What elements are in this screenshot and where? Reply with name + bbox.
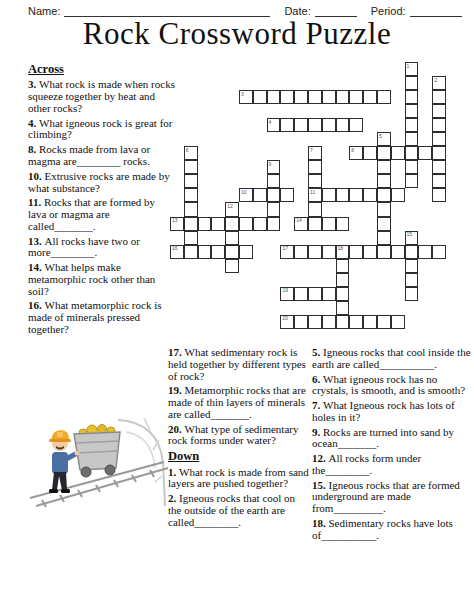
grid-cell-r4c11[interactable]	[322, 118, 336, 132]
grid-cell-r9c19[interactable]	[432, 188, 446, 202]
grid-cell-r16c17[interactable]	[405, 287, 419, 301]
grid-cell-r9c5[interactable]: 10	[239, 188, 253, 202]
grid-cell-r2c7[interactable]	[267, 90, 281, 104]
grid-cell-r13c11[interactable]	[322, 245, 336, 259]
grid-cell-r13c2[interactable]	[198, 245, 212, 259]
grid-cell-r10c15[interactable]	[377, 202, 391, 216]
grid-cell-r7c19[interactable]	[432, 160, 446, 174]
grid-cell-r11c4[interactable]	[225, 217, 239, 231]
grid-cell-r13c14[interactable]	[363, 245, 377, 259]
clue-1: 1. What rock is made from sand layers ar…	[168, 467, 311, 491]
grid-cell-r11c6[interactable]	[253, 217, 267, 231]
grid-cell-r2c8[interactable]	[280, 90, 294, 104]
grid-cell-r2c10[interactable]	[308, 90, 322, 104]
cell-number: 18	[338, 245, 344, 251]
grid-cell-r10c4[interactable]: 12	[225, 202, 239, 216]
grid-cell-r13c9[interactable]	[294, 245, 308, 259]
cell-number: 4	[269, 119, 272, 125]
grid-cell-r2c11[interactable]	[322, 90, 336, 104]
clue-2: 2. Igneous rocks that cool on the outsid…	[168, 493, 311, 528]
grid-cell-r4c12[interactable]	[336, 118, 350, 132]
cell-number: 2	[434, 77, 437, 83]
grid-cell-r16c12[interactable]	[336, 287, 350, 301]
clue-5: 5. Igneous rocks that cool inside the ea…	[312, 347, 472, 371]
grid-cell-r12c17[interactable]: 15	[405, 231, 419, 245]
grid-cell-r13c4[interactable]	[225, 245, 239, 259]
grid-cell-r16c9[interactable]	[294, 287, 308, 301]
clue-8: 8. Rocks made from lava or magma are____…	[28, 144, 176, 168]
clue-19: 19. Metamorphic rocks that are made of t…	[168, 385, 311, 420]
grid-cell-r2c6[interactable]	[253, 90, 267, 104]
grid-cell-r2c14[interactable]	[363, 90, 377, 104]
grid-cell-r12c4[interactable]	[225, 231, 239, 245]
grid-cell-r16c10[interactable]	[308, 287, 322, 301]
grid-cell-r2c19[interactable]	[432, 90, 446, 104]
cell-number: 1	[407, 63, 410, 69]
grid-cell-r15c17[interactable]	[405, 273, 419, 287]
clue-17: 17. What sedimentary rock is held togeth…	[168, 347, 311, 382]
grid-cell-r2c15[interactable]	[377, 90, 391, 104]
cell-number: 6	[186, 147, 189, 153]
grid-cell-r13c17[interactable]	[405, 245, 419, 259]
grid-cell-r9c10[interactable]: 11	[308, 188, 322, 202]
grid-cell-r10c1[interactable]	[184, 202, 198, 216]
grid-cell-r18c13[interactable]	[349, 315, 363, 329]
grid-cell-r5c19[interactable]	[432, 132, 446, 146]
grid-cell-r6c13[interactable]: 8	[349, 146, 363, 160]
cell-number: 12	[227, 203, 233, 209]
grid-cell-r10c10[interactable]	[308, 202, 322, 216]
grid-cell-r8c7[interactable]	[267, 174, 281, 188]
grid-cell-r13c18[interactable]	[418, 245, 432, 259]
grid-cell-r7c15[interactable]	[377, 160, 391, 174]
page-title: Rock Crossword Puzzle	[0, 16, 474, 52]
cell-number: 5	[379, 133, 382, 139]
grid-cell-r9c15[interactable]	[377, 188, 391, 202]
clue-20: 20. What type of sedimentary rock forms …	[168, 424, 311, 448]
cell-number: 14	[296, 217, 302, 223]
grid-cell-r9c8[interactable]	[280, 188, 294, 202]
clue-18: 18. Sedimentary rocks have lots of______…	[312, 518, 472, 542]
grid-cell-r9c12[interactable]	[336, 188, 350, 202]
grid-cell-r2c9[interactable]	[294, 90, 308, 104]
grid-cell-r9c14[interactable]	[363, 188, 377, 202]
across-clues-part1: 3. What rock is made when rocks squeeze …	[28, 79, 176, 335]
worksheet-page: Name: Date: Period: Rock Crossword Puzzl…	[0, 0, 474, 613]
grid-cell-r13c5[interactable]	[239, 245, 253, 259]
grid-cell-r1c17[interactable]	[405, 76, 419, 90]
grid-cell-r3c19[interactable]	[432, 104, 446, 118]
grid-cell-r13c19[interactable]	[432, 245, 446, 259]
grid-cell-r8c17[interactable]	[405, 174, 419, 188]
grid-cell-r18c8[interactable]: 20	[280, 315, 294, 329]
grid-cell-r6c18[interactable]	[418, 146, 432, 160]
grid-cell-r17c12[interactable]	[336, 301, 350, 315]
grid-cell-r4c10[interactable]	[308, 118, 322, 132]
grid-cell-r7c17[interactable]	[405, 160, 419, 174]
grid-cell-r11c9[interactable]: 14	[294, 217, 308, 231]
grid-cell-r18c11[interactable]	[322, 315, 336, 329]
grid-cell-r11c10[interactable]	[308, 217, 322, 231]
clue-14: 14. What helps make metamorphic rock oth…	[28, 262, 176, 297]
clue-11: 11. Rocks that are formed by lava or mag…	[28, 197, 176, 232]
grid-cell-r12c1[interactable]	[184, 231, 198, 245]
grid-cell-r9c11[interactable]	[322, 188, 336, 202]
grid-cell-r11c1[interactable]	[184, 217, 198, 231]
clue-13: 13. All rocks have two or more________.	[28, 236, 176, 260]
clue-7: 7. What Igneous rock has lots of holes i…	[312, 400, 472, 424]
grid-cell-r10c7[interactable]	[267, 202, 281, 216]
grid-cell-r15c12[interactable]	[336, 273, 350, 287]
cell-number: 20	[282, 315, 288, 321]
grid-cell-r4c7[interactable]: 4	[267, 118, 281, 132]
grid-cell-r8c1[interactable]	[184, 174, 198, 188]
clue-12: 12. All rocks form under the________.	[312, 453, 472, 477]
grid-cell-r13c10[interactable]	[308, 245, 322, 259]
grid-cell-r11c11[interactable]	[322, 217, 336, 231]
miner-illustration	[26, 410, 170, 510]
grid-cell-r14c12[interactable]	[336, 259, 350, 273]
grid-cell-r2c13[interactable]	[349, 90, 363, 104]
grid-cell-r2c12[interactable]	[336, 90, 350, 104]
grid-cell-r13c8[interactable]: 17	[280, 245, 294, 259]
cell-number: 9	[269, 161, 272, 167]
ore-cart	[74, 425, 120, 478]
grid-cell-r14c4[interactable]	[225, 259, 239, 273]
grid-cell-r18c10[interactable]	[308, 315, 322, 329]
grid-cell-r6c15[interactable]	[377, 146, 391, 160]
grid-cell-r4c19[interactable]	[432, 118, 446, 132]
grid-cell-r18c9[interactable]	[294, 315, 308, 329]
grid-cell-r7c1[interactable]	[184, 160, 198, 174]
grid-cell-r2c5[interactable]: 3	[239, 90, 253, 104]
cell-number: 17	[282, 245, 288, 251]
grid-cell-r6c19[interactable]	[432, 146, 446, 160]
grid-cell-r6c1[interactable]: 6	[184, 146, 198, 160]
cell-number: 15	[407, 231, 413, 237]
grid-cell-r4c8[interactable]	[280, 118, 294, 132]
grid-cell-r6c16[interactable]	[391, 146, 405, 160]
clue-9: 9. Rocks are turned into sand by ocean__…	[312, 427, 472, 451]
clue-3: 3. What rock is made when rocks squeeze …	[28, 79, 176, 114]
grid-cell-r8c15[interactable]	[377, 174, 391, 188]
grid-cell-r18c12[interactable]	[336, 315, 350, 329]
grid-cell-r2c17[interactable]	[405, 90, 419, 104]
clue-4: 4. What igneous rock is great for climbi…	[28, 118, 176, 142]
cell-number: 11	[310, 189, 315, 195]
grid-cell-r6c14[interactable]	[363, 146, 377, 160]
grid-cell-r4c17[interactable]	[405, 118, 419, 132]
grid-cell-r7c10[interactable]	[308, 160, 322, 174]
grid-cell-r11c2[interactable]	[198, 217, 212, 231]
cell-number: 19	[282, 287, 288, 293]
middle-clues-column: 17. What sedimentary rock is held togeth…	[168, 347, 311, 531]
grid-cell-r13c1[interactable]	[184, 245, 198, 259]
clue-15: 15. Igneous rocks that are formed underg…	[312, 480, 472, 515]
grid-cell-r8c10[interactable]	[308, 174, 322, 188]
cell-number: 8	[351, 147, 354, 153]
grid-cell-r13c16[interactable]	[391, 245, 405, 259]
grid-cell-r13c13[interactable]	[349, 245, 363, 259]
right-clues-column: 5. Igneous rocks that cool inside the ea…	[312, 347, 472, 544]
grid-cell-r11c12[interactable]	[336, 217, 350, 231]
grid-cell-r9c1[interactable]	[184, 188, 198, 202]
grid-cell-r18c14[interactable]	[363, 315, 377, 329]
grid-cell-r0c17[interactable]: 1	[405, 62, 419, 76]
grid-cell-r12c15[interactable]	[377, 231, 391, 245]
grid-cell-r3c17[interactable]	[405, 104, 419, 118]
grid-cell-r5c15[interactable]: 5	[377, 132, 391, 146]
grid-cell-r4c9[interactable]	[294, 118, 308, 132]
grid-cell-r18c16[interactable]	[391, 315, 405, 329]
clue-16: 16. What metamorphic rock is made of min…	[28, 300, 176, 335]
grid-cell-r9c13[interactable]	[349, 188, 363, 202]
grid-cell-r11c7[interactable]	[267, 217, 281, 231]
grid-cell-r18c15[interactable]	[377, 315, 391, 329]
grid-cell-r9c7[interactable]	[267, 188, 281, 202]
grid-cell-r13c12[interactable]: 18	[336, 245, 350, 259]
crossword-grid: 1234567891011121314151617181920	[170, 62, 446, 329]
grid-cell-r1c19[interactable]: 2	[432, 76, 446, 90]
across-header: Across	[28, 63, 176, 76]
grid-cell-r9c16[interactable]	[391, 188, 405, 202]
grid-cell-r16c8[interactable]: 19	[280, 287, 294, 301]
grid-cell-r9c6[interactable]	[253, 188, 267, 202]
clue-6: 6. What igneous rock has no crystals, is…	[312, 374, 472, 398]
grid-cell-r11c5[interactable]	[239, 217, 253, 231]
down-header: Down	[168, 450, 311, 463]
cell-number: 10	[241, 189, 247, 195]
grid-cell-r11c3[interactable]	[211, 217, 225, 231]
grid-cell-r14c17[interactable]	[405, 259, 419, 273]
grid-cell-r4c13[interactable]	[349, 118, 363, 132]
grid-cell-r16c11[interactable]	[322, 287, 336, 301]
grid-cell-r5c17[interactable]	[405, 132, 419, 146]
grid-cell-r8c19[interactable]	[432, 174, 446, 188]
grid-cell-r11c15[interactable]	[377, 217, 391, 231]
grid-cell-r6c17[interactable]	[405, 146, 419, 160]
grid-cell-r7c7[interactable]: 9	[267, 160, 281, 174]
clue-10: 10. Extrusive rocks are made by what sub…	[28, 171, 176, 195]
grid-cell-r13c15[interactable]	[377, 245, 391, 259]
grid-cell-r13c3[interactable]	[211, 245, 225, 259]
cell-number: 7	[310, 147, 313, 153]
grid-cell-r6c10[interactable]: 7	[308, 146, 322, 160]
across-clues-column: Across 3. What rock is made when rocks s…	[28, 63, 176, 339]
cell-number: 3	[241, 91, 244, 97]
